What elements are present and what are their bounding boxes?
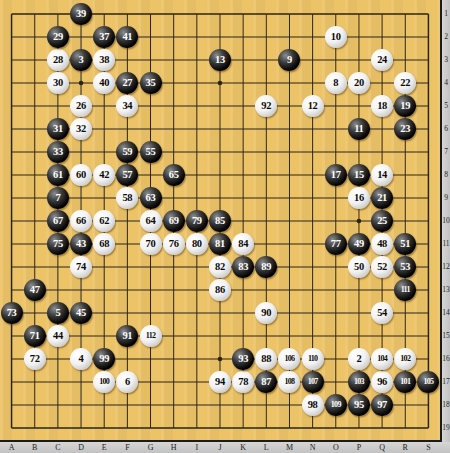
- stone-black-87: 87: [255, 371, 277, 393]
- stone-white-112: 112: [140, 325, 162, 347]
- row-label-10: 10: [441, 216, 450, 226]
- stone-white-74: 74: [70, 256, 92, 278]
- row-label-9: 9: [441, 193, 450, 203]
- column-label-B: B: [23, 443, 46, 452]
- stone-black-27: 27: [116, 72, 138, 94]
- move-number: 25: [377, 215, 387, 226]
- move-number: 38: [99, 54, 109, 65]
- move-number: 57: [122, 169, 132, 180]
- stone-black-83: 83: [232, 256, 254, 278]
- stone-white-38: 38: [93, 49, 115, 71]
- stone-white-108: 108: [278, 371, 300, 393]
- row-label-1: 1: [441, 9, 450, 19]
- stone-black-7: 7: [47, 187, 69, 209]
- stone-white-98: 98: [302, 394, 324, 416]
- move-number: 108: [285, 378, 295, 386]
- move-number: 109: [331, 401, 341, 409]
- row-label-14: 14: [441, 308, 450, 318]
- stones-layer: 2345678910111213141516171819202122232425…: [0, 3, 440, 440]
- move-number: 20: [354, 77, 364, 88]
- move-number: 16: [354, 192, 364, 203]
- stone-black-111: 111: [394, 279, 416, 301]
- stone-black-81: 81: [209, 233, 231, 255]
- move-number: 102: [400, 355, 410, 363]
- column-label-K: K: [232, 443, 255, 452]
- stone-white-28: 28: [47, 49, 69, 71]
- stone-black-15: 15: [348, 164, 370, 186]
- move-number: 10: [331, 31, 341, 42]
- move-number: 74: [76, 261, 86, 272]
- move-number: 98: [308, 399, 318, 410]
- stone-white-50: 50: [348, 256, 370, 278]
- move-number: 92: [261, 100, 271, 111]
- move-number: 105: [423, 378, 433, 386]
- row-label-4: 4: [441, 78, 450, 88]
- move-number: 23: [400, 123, 410, 134]
- move-number: 86: [215, 284, 225, 295]
- stone-black-55: 55: [140, 141, 162, 163]
- move-number: 27: [122, 77, 132, 88]
- move-number: 6: [125, 376, 130, 387]
- stone-black-17: 17: [325, 164, 347, 186]
- stone-white-6: 6: [116, 371, 138, 393]
- stone-white-106: 106: [278, 348, 300, 370]
- column-label-I: I: [185, 443, 208, 452]
- move-number: 84: [238, 238, 248, 249]
- stone-white-8: 8: [325, 72, 347, 94]
- stone-white-94: 94: [209, 371, 231, 393]
- move-number: 68: [99, 238, 109, 249]
- stone-black-39: 39: [70, 3, 92, 25]
- stone-white-2: 2: [348, 348, 370, 370]
- move-number: 61: [53, 169, 63, 180]
- move-number: 78: [238, 376, 248, 387]
- move-number: 112: [146, 332, 155, 340]
- column-label-N: N: [301, 443, 324, 452]
- column-label-A: A: [0, 443, 23, 452]
- stone-black-99: 99: [93, 348, 115, 370]
- move-number: 19: [400, 100, 410, 111]
- move-number: 39: [76, 8, 86, 19]
- stone-white-18: 18: [371, 95, 393, 117]
- stone-black-67: 67: [47, 210, 69, 232]
- stone-black-85: 85: [209, 210, 231, 232]
- stone-white-66: 66: [70, 210, 92, 232]
- stone-white-96: 96: [371, 371, 393, 393]
- move-number: 71: [30, 330, 40, 341]
- stone-white-92: 92: [255, 95, 277, 117]
- stone-black-19: 19: [394, 95, 416, 117]
- stone-white-110: 110: [302, 348, 324, 370]
- move-number: 104: [377, 355, 387, 363]
- stone-white-44: 44: [47, 325, 69, 347]
- move-number: 37: [99, 31, 109, 42]
- stone-black-53: 53: [394, 256, 416, 278]
- move-number: 107: [308, 378, 318, 386]
- move-number: 43: [76, 238, 86, 249]
- stone-black-61: 61: [47, 164, 69, 186]
- stone-white-72: 72: [24, 348, 46, 370]
- move-number: 9: [287, 54, 292, 65]
- move-number: 13: [215, 54, 225, 65]
- move-number: 54: [377, 307, 387, 318]
- move-number: 40: [99, 77, 109, 88]
- move-number: 93: [238, 353, 248, 364]
- move-number: 11: [354, 123, 363, 134]
- stone-white-90: 90: [255, 302, 277, 324]
- stone-white-78: 78: [232, 371, 254, 393]
- stone-black-29: 29: [47, 26, 69, 48]
- stone-white-104: 104: [371, 348, 393, 370]
- move-number: 106: [285, 355, 295, 363]
- move-number: 24: [377, 54, 387, 65]
- stone-white-54: 54: [371, 302, 393, 324]
- move-number: 5: [55, 307, 60, 318]
- move-number: 63: [146, 192, 156, 203]
- stone-white-24: 24: [371, 49, 393, 71]
- column-label-G: G: [139, 443, 162, 452]
- move-number: 103: [354, 378, 364, 386]
- stone-white-40: 40: [93, 72, 115, 94]
- move-number: 51: [400, 238, 410, 249]
- move-number: 80: [192, 238, 202, 249]
- column-label-P: P: [347, 443, 370, 452]
- move-number: 4: [79, 353, 84, 364]
- column-label-E: E: [93, 443, 116, 452]
- stone-white-100: 100: [93, 371, 115, 393]
- move-number: 45: [76, 307, 86, 318]
- stone-black-75: 75: [47, 233, 69, 255]
- move-number: 48: [377, 238, 387, 249]
- move-number: 50: [354, 261, 364, 272]
- move-number: 73: [7, 307, 17, 318]
- stone-black-107: 107: [302, 371, 324, 393]
- column-label-D: D: [70, 443, 93, 452]
- move-number: 42: [99, 169, 109, 180]
- column-label-L: L: [255, 443, 278, 452]
- move-number: 65: [169, 169, 179, 180]
- column-label-J: J: [208, 443, 231, 452]
- move-number: 53: [400, 261, 410, 272]
- stone-black-91: 91: [116, 325, 138, 347]
- move-number: 72: [30, 353, 40, 364]
- go-board[interactable]: 2345678910111213141516171819202122232425…: [0, 0, 442, 442]
- move-number: 18: [377, 100, 387, 111]
- move-number: 22: [400, 77, 410, 88]
- move-number: 12: [308, 100, 318, 111]
- row-label-5: 5: [441, 101, 450, 111]
- move-number: 100: [99, 378, 109, 386]
- stone-black-21: 21: [371, 187, 393, 209]
- column-label-F: F: [116, 443, 139, 452]
- move-number: 29: [53, 31, 63, 42]
- stone-black-11: 11: [348, 118, 370, 140]
- move-number: 3: [79, 54, 84, 65]
- move-number: 15: [354, 169, 364, 180]
- move-number: 2: [356, 353, 361, 364]
- row-label-13: 13: [441, 285, 450, 295]
- move-number: 49: [354, 238, 364, 249]
- stone-black-49: 49: [348, 233, 370, 255]
- stone-black-77: 77: [325, 233, 347, 255]
- stone-black-105: 105: [417, 371, 439, 393]
- stone-black-97: 97: [371, 394, 393, 416]
- move-number: 62: [99, 215, 109, 226]
- move-number: 94: [215, 376, 225, 387]
- row-label-11: 11: [441, 239, 450, 249]
- row-label-16: 16: [441, 354, 450, 364]
- stone-black-93: 93: [232, 348, 254, 370]
- move-number: 101: [400, 378, 410, 386]
- column-label-R: R: [394, 443, 417, 452]
- stone-white-76: 76: [163, 233, 185, 255]
- stone-white-62: 62: [93, 210, 115, 232]
- stone-black-79: 79: [186, 210, 208, 232]
- stone-white-102: 102: [394, 348, 416, 370]
- stone-black-65: 65: [163, 164, 185, 186]
- stone-white-86: 86: [209, 279, 231, 301]
- stone-white-52: 52: [371, 256, 393, 278]
- column-label-C: C: [46, 443, 69, 452]
- move-number: 111: [401, 286, 410, 294]
- stone-white-42: 42: [93, 164, 115, 186]
- move-number: 77: [331, 238, 341, 249]
- stone-white-32: 32: [70, 118, 92, 140]
- stone-white-10: 10: [325, 26, 347, 48]
- stone-black-71: 71: [24, 325, 46, 347]
- stone-white-4: 4: [70, 348, 92, 370]
- stone-black-9: 9: [278, 49, 300, 71]
- row-label-19: 19: [441, 423, 450, 433]
- stone-white-60: 60: [70, 164, 92, 186]
- stone-black-13: 13: [209, 49, 231, 71]
- stone-white-68: 68: [93, 233, 115, 255]
- move-number: 81: [215, 238, 225, 249]
- move-number: 26: [76, 100, 86, 111]
- move-number: 85: [215, 215, 225, 226]
- column-label-M: M: [278, 443, 301, 452]
- stone-white-88: 88: [255, 348, 277, 370]
- move-number: 66: [76, 215, 86, 226]
- move-number: 47: [30, 284, 40, 295]
- stone-white-64: 64: [140, 210, 162, 232]
- move-number: 97: [377, 399, 387, 410]
- move-number: 69: [169, 215, 179, 226]
- move-number: 70: [146, 238, 156, 249]
- move-number: 110: [308, 355, 317, 363]
- stone-black-59: 59: [116, 141, 138, 163]
- move-number: 82: [215, 261, 225, 272]
- row-label-7: 7: [441, 147, 450, 157]
- stone-black-37: 37: [93, 26, 115, 48]
- move-number: 60: [76, 169, 86, 180]
- row-label-2: 2: [441, 32, 450, 42]
- stone-black-73: 73: [1, 302, 23, 324]
- stone-black-41: 41: [116, 26, 138, 48]
- stone-white-82: 82: [209, 256, 231, 278]
- go-diagram: 2345678910111213141516171819202122232425…: [0, 0, 450, 453]
- stone-black-35: 35: [140, 72, 162, 94]
- move-number: 67: [53, 215, 63, 226]
- stone-black-31: 31: [47, 118, 69, 140]
- move-number: 88: [261, 353, 271, 364]
- stone-black-89: 89: [255, 256, 277, 278]
- row-label-15: 15: [441, 331, 450, 341]
- move-number: 79: [192, 215, 202, 226]
- move-number: 7: [55, 192, 60, 203]
- move-number: 14: [377, 169, 387, 180]
- row-label-17: 17: [441, 377, 450, 387]
- stone-black-47: 47: [24, 279, 46, 301]
- stone-black-101: 101: [394, 371, 416, 393]
- stone-white-58: 58: [116, 187, 138, 209]
- move-number: 31: [53, 123, 63, 134]
- column-label-O: O: [324, 443, 347, 452]
- move-number: 21: [377, 192, 387, 203]
- stone-black-23: 23: [394, 118, 416, 140]
- stone-black-51: 51: [394, 233, 416, 255]
- move-number: 89: [261, 261, 271, 272]
- move-number: 76: [169, 238, 179, 249]
- move-number: 95: [354, 399, 364, 410]
- stone-black-25: 25: [371, 210, 393, 232]
- row-label-3: 3: [441, 55, 450, 65]
- stone-white-14: 14: [371, 164, 393, 186]
- column-label-Q: Q: [371, 443, 394, 452]
- move-number: 44: [53, 330, 63, 341]
- column-label-S: S: [417, 443, 440, 452]
- move-number: 59: [122, 146, 132, 157]
- stone-black-95: 95: [348, 394, 370, 416]
- stone-black-63: 63: [140, 187, 162, 209]
- move-number: 17: [331, 169, 341, 180]
- stone-black-3: 3: [70, 49, 92, 71]
- move-number: 90: [261, 307, 271, 318]
- move-number: 8: [333, 77, 338, 88]
- move-number: 28: [53, 54, 63, 65]
- move-number: 55: [146, 146, 156, 157]
- stone-black-5: 5: [47, 302, 69, 324]
- stone-white-12: 12: [302, 95, 324, 117]
- stone-black-33: 33: [47, 141, 69, 163]
- move-number: 83: [238, 261, 248, 272]
- stone-white-16: 16: [348, 187, 370, 209]
- stone-black-109: 109: [325, 394, 347, 416]
- move-number: 33: [53, 146, 63, 157]
- row-label-6: 6: [441, 124, 450, 134]
- move-number: 35: [146, 77, 156, 88]
- stone-white-30: 30: [47, 72, 69, 94]
- stone-white-34: 34: [116, 95, 138, 117]
- stone-black-103: 103: [348, 371, 370, 393]
- move-number: 52: [377, 261, 387, 272]
- move-number: 30: [53, 77, 63, 88]
- move-number: 99: [99, 353, 109, 364]
- stone-white-20: 20: [348, 72, 370, 94]
- stone-black-45: 45: [70, 302, 92, 324]
- row-label-12: 12: [441, 262, 450, 272]
- stone-black-69: 69: [163, 210, 185, 232]
- move-number: 58: [122, 192, 132, 203]
- move-number: 87: [261, 376, 271, 387]
- stone-white-48: 48: [371, 233, 393, 255]
- stone-white-26: 26: [70, 95, 92, 117]
- move-number: 75: [53, 238, 63, 249]
- move-number: 34: [122, 100, 132, 111]
- row-label-8: 8: [441, 170, 450, 180]
- move-number: 96: [377, 376, 387, 387]
- move-number: 64: [146, 215, 156, 226]
- stone-white-80: 80: [186, 233, 208, 255]
- stone-black-43: 43: [70, 233, 92, 255]
- move-number: 32: [76, 123, 86, 134]
- stone-white-70: 70: [140, 233, 162, 255]
- row-label-18: 18: [441, 400, 450, 410]
- move-number: 91: [122, 330, 132, 341]
- stone-white-22: 22: [394, 72, 416, 94]
- stone-white-84: 84: [232, 233, 254, 255]
- move-number: 41: [122, 31, 132, 42]
- stone-black-57: 57: [116, 164, 138, 186]
- column-label-H: H: [162, 443, 185, 452]
